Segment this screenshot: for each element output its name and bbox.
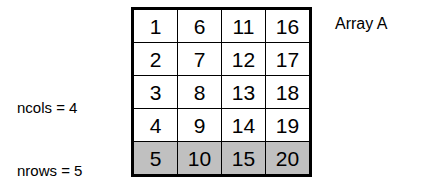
ncols-label: ncols = 4	[17, 97, 82, 118]
grid-cell: 4	[134, 109, 177, 141]
grid-cell: 20	[266, 142, 309, 174]
grid-cell: 19	[266, 109, 309, 141]
array-diagram-figure: ncols = 4 nrows = 5 16111627121738131849…	[0, 0, 421, 185]
grid-cell: 6	[178, 10, 221, 42]
grid-cell: 1	[134, 10, 177, 42]
grid-cell: 11	[222, 10, 265, 42]
grid-cell: 16	[266, 10, 309, 42]
grid-cell: 14	[222, 109, 265, 141]
grid-cell: 13	[222, 76, 265, 108]
array-grid: 1611162712173813184914195101520	[131, 7, 312, 177]
grid-cell: 7	[178, 43, 221, 75]
grid-cell: 10	[178, 142, 221, 174]
dimension-labels: ncols = 4 nrows = 5	[17, 55, 82, 185]
nrows-label: nrows = 5	[17, 160, 82, 181]
grid-cell: 8	[178, 76, 221, 108]
grid-cell: 15	[222, 142, 265, 174]
grid-cell: 9	[178, 109, 221, 141]
array-title-label: Array A	[335, 15, 387, 33]
grid-cell: 17	[266, 43, 309, 75]
grid-cell: 3	[134, 76, 177, 108]
grid-cell: 12	[222, 43, 265, 75]
grid-cell: 18	[266, 76, 309, 108]
grid-cell: 2	[134, 43, 177, 75]
grid-cell: 5	[134, 142, 177, 174]
